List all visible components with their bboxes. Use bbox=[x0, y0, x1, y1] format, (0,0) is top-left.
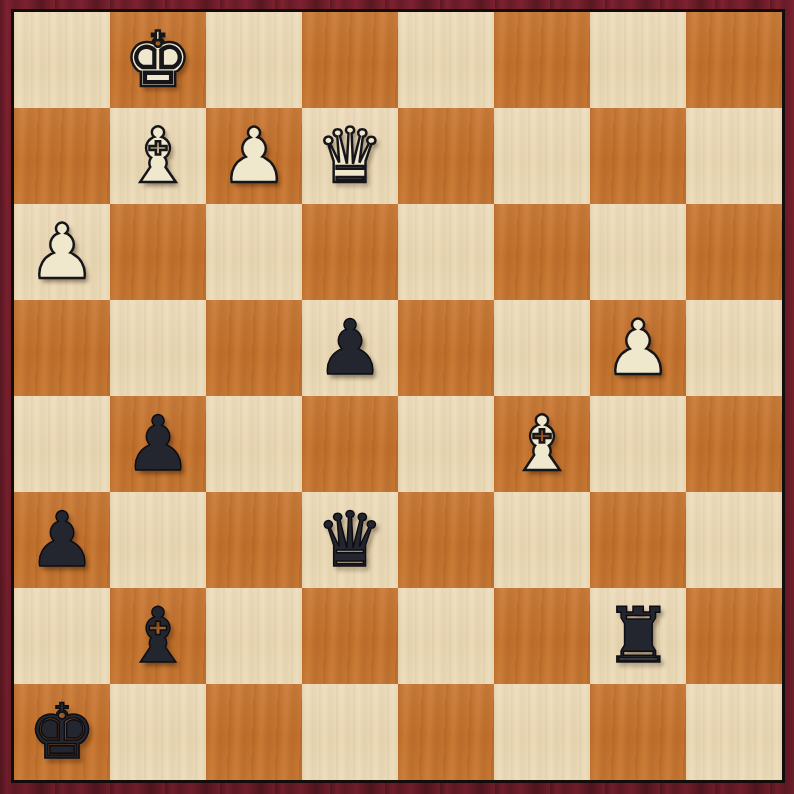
square-a8[interactable] bbox=[14, 12, 110, 108]
black-pawn[interactable]: ♟ bbox=[316, 300, 384, 396]
square-f8[interactable] bbox=[494, 12, 590, 108]
square-g6[interactable] bbox=[590, 204, 686, 300]
square-f1[interactable] bbox=[494, 684, 590, 780]
white-pawn[interactable]: ♟ bbox=[604, 300, 672, 396]
square-b3[interactable] bbox=[110, 492, 206, 588]
black-pawn[interactable]: ♟ bbox=[28, 492, 96, 588]
square-b1[interactable] bbox=[110, 684, 206, 780]
square-a3[interactable]: ♟ bbox=[14, 492, 110, 588]
square-g4[interactable] bbox=[590, 396, 686, 492]
square-d1[interactable] bbox=[302, 684, 398, 780]
white-pawn[interactable]: ♟ bbox=[28, 204, 96, 300]
square-b8[interactable]: ♚ bbox=[110, 12, 206, 108]
square-d5[interactable]: ♟ bbox=[302, 300, 398, 396]
square-h3[interactable] bbox=[686, 492, 782, 588]
black-bishop[interactable]: ♝ bbox=[124, 588, 192, 684]
square-b5[interactable] bbox=[110, 300, 206, 396]
square-c8[interactable] bbox=[206, 12, 302, 108]
square-d8[interactable] bbox=[302, 12, 398, 108]
square-f7[interactable] bbox=[494, 108, 590, 204]
square-f6[interactable] bbox=[494, 204, 590, 300]
square-g5[interactable]: ♟ bbox=[590, 300, 686, 396]
square-g3[interactable] bbox=[590, 492, 686, 588]
square-d4[interactable] bbox=[302, 396, 398, 492]
square-e4[interactable] bbox=[398, 396, 494, 492]
square-e8[interactable] bbox=[398, 12, 494, 108]
white-pawn[interactable]: ♟ bbox=[220, 108, 288, 204]
square-h6[interactable] bbox=[686, 204, 782, 300]
square-b6[interactable] bbox=[110, 204, 206, 300]
square-e3[interactable] bbox=[398, 492, 494, 588]
square-g1[interactable] bbox=[590, 684, 686, 780]
square-h5[interactable] bbox=[686, 300, 782, 396]
square-a1[interactable]: ♚ bbox=[14, 684, 110, 780]
black-rook[interactable]: ♜ bbox=[604, 588, 672, 684]
square-f3[interactable] bbox=[494, 492, 590, 588]
square-e5[interactable] bbox=[398, 300, 494, 396]
square-c5[interactable] bbox=[206, 300, 302, 396]
square-g2[interactable]: ♜ bbox=[590, 588, 686, 684]
white-bishop[interactable]: ♝ bbox=[124, 108, 192, 204]
black-pawn[interactable]: ♟ bbox=[124, 396, 192, 492]
square-e6[interactable] bbox=[398, 204, 494, 300]
square-b4[interactable]: ♟ bbox=[110, 396, 206, 492]
board-frame: ♚♝♟♛♟♟♟♟♝♟♛♝♜♚ bbox=[0, 0, 794, 794]
square-a6[interactable]: ♟ bbox=[14, 204, 110, 300]
square-a2[interactable] bbox=[14, 588, 110, 684]
square-d6[interactable] bbox=[302, 204, 398, 300]
square-c6[interactable] bbox=[206, 204, 302, 300]
square-c4[interactable] bbox=[206, 396, 302, 492]
square-b7[interactable]: ♝ bbox=[110, 108, 206, 204]
square-a7[interactable] bbox=[14, 108, 110, 204]
white-queen[interactable]: ♛ bbox=[316, 108, 384, 204]
square-e2[interactable] bbox=[398, 588, 494, 684]
square-h8[interactable] bbox=[686, 12, 782, 108]
black-queen[interactable]: ♛ bbox=[316, 492, 384, 588]
white-bishop[interactable]: ♝ bbox=[508, 396, 576, 492]
square-d2[interactable] bbox=[302, 588, 398, 684]
square-h7[interactable] bbox=[686, 108, 782, 204]
white-king[interactable]: ♚ bbox=[124, 12, 192, 108]
square-e1[interactable] bbox=[398, 684, 494, 780]
square-c3[interactable] bbox=[206, 492, 302, 588]
square-g7[interactable] bbox=[590, 108, 686, 204]
square-c2[interactable] bbox=[206, 588, 302, 684]
square-a4[interactable] bbox=[14, 396, 110, 492]
square-c1[interactable] bbox=[206, 684, 302, 780]
square-c7[interactable]: ♟ bbox=[206, 108, 302, 204]
square-g8[interactable] bbox=[590, 12, 686, 108]
square-h4[interactable] bbox=[686, 396, 782, 492]
square-f2[interactable] bbox=[494, 588, 590, 684]
square-f5[interactable] bbox=[494, 300, 590, 396]
chess-board: ♚♝♟♛♟♟♟♟♝♟♛♝♜♚ bbox=[11, 9, 785, 783]
square-e7[interactable] bbox=[398, 108, 494, 204]
black-king[interactable]: ♚ bbox=[28, 684, 96, 780]
square-h2[interactable] bbox=[686, 588, 782, 684]
square-a5[interactable] bbox=[14, 300, 110, 396]
square-b2[interactable]: ♝ bbox=[110, 588, 206, 684]
square-h1[interactable] bbox=[686, 684, 782, 780]
square-d7[interactable]: ♛ bbox=[302, 108, 398, 204]
square-d3[interactable]: ♛ bbox=[302, 492, 398, 588]
square-f4[interactable]: ♝ bbox=[494, 396, 590, 492]
